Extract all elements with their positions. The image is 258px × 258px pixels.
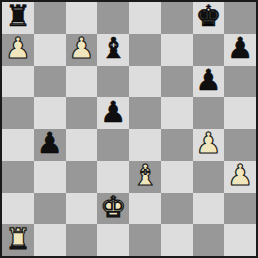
square-e3[interactable]: ♝: [129, 161, 161, 193]
square-d1[interactable]: [97, 224, 129, 256]
square-h2[interactable]: [224, 193, 256, 225]
square-f3[interactable]: [161, 161, 193, 193]
square-d2[interactable]: ♚: [97, 193, 129, 225]
piece-wP-c7[interactable]: ♟: [68, 34, 94, 63]
piece-wK-d2[interactable]: ♚: [100, 193, 126, 222]
piece-wB-e3[interactable]: ♝: [132, 161, 158, 190]
square-c4[interactable]: [66, 129, 98, 161]
square-f8[interactable]: [161, 2, 193, 34]
square-c3[interactable]: [66, 161, 98, 193]
square-b1[interactable]: [34, 224, 66, 256]
square-a4[interactable]: [2, 129, 34, 161]
square-d3[interactable]: [97, 161, 129, 193]
square-g8[interactable]: ♚: [193, 2, 225, 34]
piece-bK-g8[interactable]: ♚: [195, 2, 221, 31]
square-g5[interactable]: [193, 97, 225, 129]
square-h5[interactable]: [224, 97, 256, 129]
square-a2[interactable]: [2, 193, 34, 225]
square-b5[interactable]: [34, 97, 66, 129]
square-b3[interactable]: [34, 161, 66, 193]
square-b7[interactable]: [34, 34, 66, 66]
square-h4[interactable]: [224, 129, 256, 161]
square-f7[interactable]: [161, 34, 193, 66]
square-a5[interactable]: [2, 97, 34, 129]
piece-bP-h7[interactable]: ♟: [227, 34, 253, 63]
square-e2[interactable]: [129, 193, 161, 225]
square-g1[interactable]: [193, 224, 225, 256]
square-c8[interactable]: [66, 2, 98, 34]
square-c1[interactable]: [66, 224, 98, 256]
square-e1[interactable]: [129, 224, 161, 256]
square-h7[interactable]: ♟: [224, 34, 256, 66]
square-d6[interactable]: [97, 66, 129, 98]
square-d7[interactable]: ♝: [97, 34, 129, 66]
square-g3[interactable]: [193, 161, 225, 193]
square-h1[interactable]: [224, 224, 256, 256]
square-g6[interactable]: ♟: [193, 66, 225, 98]
square-c7[interactable]: ♟: [66, 34, 98, 66]
piece-bR-a8[interactable]: ♜: [5, 2, 31, 31]
square-d4[interactable]: [97, 129, 129, 161]
piece-wP-h3[interactable]: ♟: [227, 161, 253, 190]
square-c6[interactable]: [66, 66, 98, 98]
square-g7[interactable]: [193, 34, 225, 66]
square-e4[interactable]: [129, 129, 161, 161]
square-g2[interactable]: [193, 193, 225, 225]
square-a7[interactable]: ♟: [2, 34, 34, 66]
piece-wR-a1[interactable]: ♜: [5, 225, 31, 254]
square-c2[interactable]: [66, 193, 98, 225]
piece-wP-g4[interactable]: ♟: [195, 129, 221, 158]
piece-bP-g6[interactable]: ♟: [195, 66, 221, 95]
piece-bP-d5[interactable]: ♟: [100, 98, 126, 127]
piece-bP-b4[interactable]: ♟: [37, 129, 63, 158]
square-h8[interactable]: [224, 2, 256, 34]
square-a1[interactable]: ♜: [2, 224, 34, 256]
square-a8[interactable]: ♜: [2, 2, 34, 34]
square-e6[interactable]: [129, 66, 161, 98]
square-d8[interactable]: [97, 2, 129, 34]
square-f2[interactable]: [161, 193, 193, 225]
square-b4[interactable]: ♟: [34, 129, 66, 161]
square-f6[interactable]: [161, 66, 193, 98]
square-a6[interactable]: [2, 66, 34, 98]
square-b6[interactable]: [34, 66, 66, 98]
piece-bB-d7[interactable]: ♝: [100, 34, 126, 63]
square-e7[interactable]: [129, 34, 161, 66]
piece-wP-a7[interactable]: ♟: [5, 34, 31, 63]
square-b2[interactable]: [34, 193, 66, 225]
square-b8[interactable]: [34, 2, 66, 34]
square-e5[interactable]: [129, 97, 161, 129]
square-f4[interactable]: [161, 129, 193, 161]
square-d5[interactable]: ♟: [97, 97, 129, 129]
square-f1[interactable]: [161, 224, 193, 256]
square-g4[interactable]: ♟: [193, 129, 225, 161]
square-c5[interactable]: [66, 97, 98, 129]
square-e8[interactable]: [129, 2, 161, 34]
square-h3[interactable]: ♟: [224, 161, 256, 193]
square-a3[interactable]: [2, 161, 34, 193]
chess-board: ♜♚♟♟♝♟♟♟♟♟♝♟♚♜: [0, 0, 258, 258]
square-f5[interactable]: [161, 97, 193, 129]
square-h6[interactable]: [224, 66, 256, 98]
